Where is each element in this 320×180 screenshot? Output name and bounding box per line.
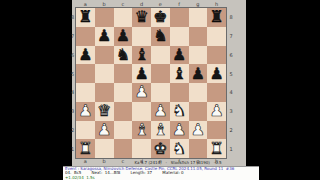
square-f2: ♟ (170, 121, 189, 140)
square-d4: ♟ (132, 83, 151, 102)
black-pawn-piece: ♟ (189, 64, 208, 83)
square-e3: ♟ (151, 102, 170, 121)
white-pawn-piece: ♟ (189, 121, 208, 140)
square-a5 (76, 64, 95, 83)
square-f7 (170, 27, 189, 46)
square-d1 (132, 139, 151, 158)
white-pawn-piece: ♟ (170, 121, 189, 140)
letterbox-left (0, 0, 72, 180)
white-pawn-piece: ♟ (76, 102, 95, 121)
square-e2: ♝ (151, 121, 170, 140)
square-g3 (189, 102, 208, 121)
square-a7 (76, 27, 95, 46)
white-pawn-piece: ♟ (207, 102, 226, 121)
square-c6: ♞ (114, 46, 133, 65)
rank-label-8: 8 (70, 8, 75, 27)
rank-label-4: 4 (228, 83, 234, 102)
black-pawn-piece: ♟ (170, 46, 189, 65)
rank-label-4: 4 (70, 83, 75, 102)
rank-label-2: 2 (70, 121, 75, 140)
black-pawn-piece: ♟ (207, 64, 226, 83)
file-label-a: a (76, 158, 95, 164)
square-b3: ♛ (95, 102, 114, 121)
black-bishop-piece: ♝ (170, 64, 189, 83)
square-b1 (95, 139, 114, 158)
rank-label-1: 1 (228, 139, 234, 158)
square-a4 (76, 83, 95, 102)
black-queen-piece: ♛ (132, 8, 151, 27)
file-label-h: h (207, 1, 226, 7)
white-king-piece: ♚ (151, 139, 170, 158)
file-label-e: e (151, 1, 170, 7)
square-a6: ♟ (76, 46, 95, 65)
square-g5: ♟ (189, 64, 208, 83)
square-g7 (189, 27, 208, 46)
white-knight-piece: ♞ (170, 139, 189, 158)
caption-strip: Event : Saragossa, Nimzovich Defense, Ca… (63, 166, 259, 180)
square-h7 (207, 27, 226, 46)
rank-label-5: 5 (70, 64, 75, 83)
file-label-f: f (170, 1, 189, 7)
file-label-d: d (132, 1, 151, 7)
square-g4 (189, 83, 208, 102)
square-c2 (114, 121, 133, 140)
black-pawn-piece: ♟ (95, 27, 114, 46)
square-f1: ♞ (170, 139, 189, 158)
square-c3 (114, 102, 133, 121)
square-e8: ♚ (151, 8, 170, 27)
square-f4 (170, 83, 189, 102)
square-g8 (189, 8, 208, 27)
square-h2 (207, 121, 226, 140)
black-pawn-piece: ♟ (114, 27, 133, 46)
square-d7 (132, 27, 151, 46)
square-c5 (114, 64, 133, 83)
square-b7: ♟ (95, 27, 114, 46)
rank-labels-right: 87654321 (228, 8, 234, 158)
black-rook-piece: ♜ (76, 8, 95, 27)
square-b2: ♟ (95, 121, 114, 140)
square-d2: ♝ (132, 121, 151, 140)
square-c7: ♟ (114, 27, 133, 46)
file-label-a: a (76, 1, 95, 7)
black-knight-piece: ♞ (114, 46, 133, 65)
file-label-g: g (189, 1, 208, 7)
square-e6 (151, 46, 170, 65)
square-e5 (151, 64, 170, 83)
black-bishop-piece: ♝ (132, 46, 151, 65)
square-d8: ♛ (132, 8, 151, 27)
white-pawn-piece: ♟ (151, 102, 170, 121)
video-frame: abcdefgh abcdefgh 87654321 87654321 ♜♛♚♜… (0, 0, 320, 180)
square-h6 (207, 46, 226, 65)
letterbox-right (246, 0, 320, 180)
rank-labels-left: 87654321 (70, 8, 75, 158)
square-a8: ♜ (76, 8, 95, 27)
square-e1: ♚ (151, 139, 170, 158)
square-b5 (95, 64, 114, 83)
square-c4 (114, 83, 133, 102)
square-f5: ♝ (170, 64, 189, 83)
black-pawn-piece: ♟ (76, 46, 95, 65)
rank-label-2: 2 (228, 121, 234, 140)
square-b6 (95, 46, 114, 65)
rank-label-3: 3 (70, 102, 75, 121)
square-f3: ♞ (170, 102, 189, 121)
square-h3: ♟ (207, 102, 226, 121)
square-e7: ♞ (151, 27, 170, 46)
square-f8 (170, 8, 189, 27)
white-bishop-piece: ♝ (151, 121, 170, 140)
square-h5: ♟ (207, 64, 226, 83)
square-g2: ♟ (189, 121, 208, 140)
square-a1: ♜ (76, 139, 95, 158)
square-c8 (114, 8, 133, 27)
rank-label-6: 6 (70, 46, 75, 65)
square-h1: ♜ (207, 139, 226, 158)
square-b8 (95, 8, 114, 27)
square-a2 (76, 121, 95, 140)
white-queen-piece: ♛ (95, 102, 114, 121)
white-pawn-piece: ♟ (95, 121, 114, 140)
rank-label-1: 1 (70, 139, 75, 158)
square-c1 (114, 139, 133, 158)
rank-label-5: 5 (228, 64, 234, 83)
square-d3 (132, 102, 151, 121)
black-pawn-piece: ♟ (132, 64, 151, 83)
white-rook-piece: ♜ (76, 139, 95, 158)
black-king-piece: ♚ (151, 8, 170, 27)
square-g6 (189, 46, 208, 65)
square-a3: ♟ (76, 102, 95, 121)
square-b4 (95, 83, 114, 102)
file-label-b: b (95, 1, 114, 7)
square-e4 (151, 83, 170, 102)
engine-eval-line: +1.02/34 1.5s (65, 176, 257, 180)
square-f6: ♟ (170, 46, 189, 65)
rank-label-7: 7 (70, 27, 75, 46)
rank-label-6: 6 (228, 46, 234, 65)
file-label-c: c (114, 1, 133, 7)
chess-board: ♜♛♚♜♟♟♞♟♞♝♟♟♝♟♟♟♟♛♟♞♟♟♝♝♟♟♜♚♞♜ (76, 8, 226, 158)
file-labels-top: abcdefgh (76, 1, 226, 7)
white-rook-piece: ♜ (207, 139, 226, 158)
rank-label-8: 8 (228, 8, 234, 27)
square-d5: ♟ (132, 64, 151, 83)
square-d6: ♝ (132, 46, 151, 65)
black-rook-piece: ♜ (207, 8, 226, 27)
white-pawn-piece: ♟ (132, 83, 151, 102)
square-h4 (207, 83, 226, 102)
square-h8: ♜ (207, 8, 226, 27)
rank-label-3: 3 (228, 102, 234, 121)
rank-label-7: 7 (228, 27, 234, 46)
white-knight-piece: ♞ (170, 102, 189, 121)
square-g1 (189, 139, 208, 158)
black-knight-piece: ♞ (151, 27, 170, 46)
white-bishop-piece: ♝ (132, 121, 151, 140)
